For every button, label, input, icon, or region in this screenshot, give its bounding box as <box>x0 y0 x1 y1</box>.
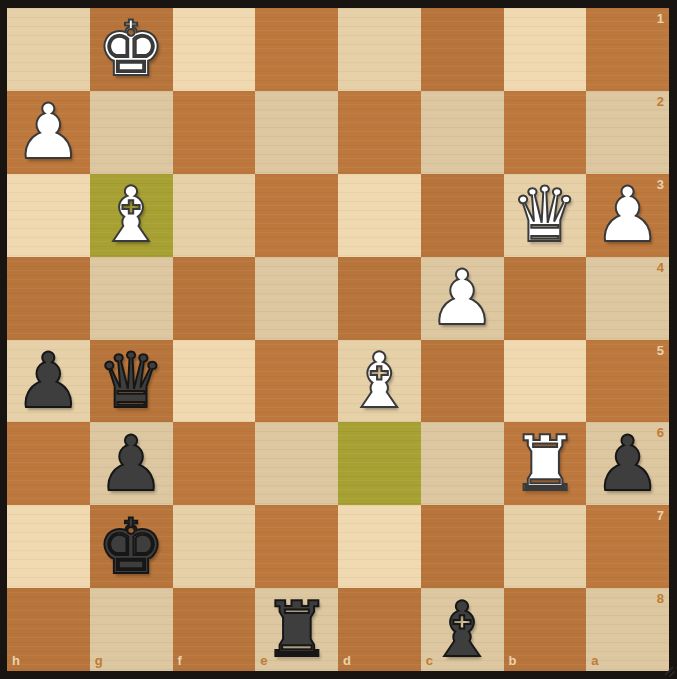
white-pawn[interactable]: ♟ <box>586 174 669 257</box>
square-d5[interactable]: ♝ <box>338 340 421 423</box>
white-bishop[interactable]: ♝ <box>338 340 421 423</box>
square-b2[interactable] <box>504 91 587 174</box>
square-e2[interactable] <box>255 91 338 174</box>
square-a2[interactable]: 2 <box>586 91 669 174</box>
square-c7[interactable] <box>421 505 504 588</box>
square-b5[interactable] <box>504 340 587 423</box>
square-c1[interactable] <box>421 8 504 91</box>
rank-label-8: 8 <box>657 591 664 606</box>
square-d6[interactable] <box>338 422 421 505</box>
square-e4[interactable] <box>255 257 338 340</box>
square-c2[interactable] <box>421 91 504 174</box>
board-resize-handle[interactable] <box>662 664 676 678</box>
square-g4[interactable] <box>90 257 173 340</box>
file-label-b: b <box>509 653 517 668</box>
black-king[interactable]: ♚ <box>90 505 173 588</box>
black-bishop[interactable]: ♝ <box>421 588 504 671</box>
file-label-g: g <box>95 653 103 668</box>
square-g8[interactable]: g <box>90 588 173 671</box>
square-h2[interactable]: ♟ <box>7 91 90 174</box>
square-c3[interactable] <box>421 174 504 257</box>
rank-label-1: 1 <box>657 11 664 26</box>
square-g1[interactable]: ♚ <box>90 8 173 91</box>
square-e5[interactable] <box>255 340 338 423</box>
square-c4[interactable]: ♟ <box>421 257 504 340</box>
white-bishop[interactable]: ♝ <box>90 174 173 257</box>
rank-label-4: 4 <box>657 260 664 275</box>
black-queen[interactable]: ♛ <box>90 340 173 423</box>
rank-label-2: 2 <box>657 94 664 109</box>
square-a3[interactable]: 3♟ <box>586 174 669 257</box>
rank-label-5: 5 <box>657 343 664 358</box>
square-d2[interactable] <box>338 91 421 174</box>
square-g7[interactable]: ♚ <box>90 505 173 588</box>
file-label-a: a <box>591 653 598 668</box>
square-f5[interactable] <box>173 340 256 423</box>
chess-board: ♚1♟2♝♛3♟♟4♟♛♝5♟♜6♟♚7hgfe♜dc♝b8a <box>7 8 669 671</box>
white-rook[interactable]: ♜ <box>504 422 587 505</box>
square-e7[interactable] <box>255 505 338 588</box>
square-d4[interactable] <box>338 257 421 340</box>
white-king[interactable]: ♚ <box>90 8 173 91</box>
square-e1[interactable] <box>255 8 338 91</box>
square-g2[interactable] <box>90 91 173 174</box>
square-e3[interactable] <box>255 174 338 257</box>
square-d1[interactable] <box>338 8 421 91</box>
square-h3[interactable] <box>7 174 90 257</box>
rank-label-7: 7 <box>657 508 664 523</box>
square-b7[interactable] <box>504 505 587 588</box>
square-f8[interactable]: f <box>173 588 256 671</box>
square-d3[interactable] <box>338 174 421 257</box>
square-c6[interactable] <box>421 422 504 505</box>
square-a4[interactable]: 4 <box>586 257 669 340</box>
square-b8[interactable]: b <box>504 588 587 671</box>
white-pawn[interactable]: ♟ <box>7 91 90 174</box>
square-a1[interactable]: 1 <box>586 8 669 91</box>
black-pawn[interactable]: ♟ <box>586 422 669 505</box>
square-a8[interactable]: 8a <box>586 588 669 671</box>
square-d8[interactable]: d <box>338 588 421 671</box>
square-b6[interactable]: ♜ <box>504 422 587 505</box>
square-d7[interactable] <box>338 505 421 588</box>
file-label-h: h <box>12 653 20 668</box>
square-a6[interactable]: 6♟ <box>586 422 669 505</box>
square-g6[interactable]: ♟ <box>90 422 173 505</box>
file-label-d: d <box>343 653 351 668</box>
square-c8[interactable]: c♝ <box>421 588 504 671</box>
black-rook[interactable]: ♜ <box>255 588 338 671</box>
square-h7[interactable] <box>7 505 90 588</box>
square-h8[interactable]: h <box>7 588 90 671</box>
square-f1[interactable] <box>173 8 256 91</box>
square-g5[interactable]: ♛ <box>90 340 173 423</box>
square-a5[interactable]: 5 <box>586 340 669 423</box>
square-b3[interactable]: ♛ <box>504 174 587 257</box>
white-pawn[interactable]: ♟ <box>421 257 504 340</box>
square-h4[interactable] <box>7 257 90 340</box>
square-b1[interactable] <box>504 8 587 91</box>
square-f4[interactable] <box>173 257 256 340</box>
square-e8[interactable]: e♜ <box>255 588 338 671</box>
square-h1[interactable] <box>7 8 90 91</box>
black-pawn[interactable]: ♟ <box>7 340 90 423</box>
square-h6[interactable] <box>7 422 90 505</box>
square-f2[interactable] <box>173 91 256 174</box>
square-g3[interactable]: ♝ <box>90 174 173 257</box>
square-f3[interactable] <box>173 174 256 257</box>
square-b4[interactable] <box>504 257 587 340</box>
black-pawn[interactable]: ♟ <box>90 422 173 505</box>
square-f6[interactable] <box>173 422 256 505</box>
file-label-f: f <box>178 653 182 668</box>
square-c5[interactable] <box>421 340 504 423</box>
square-a7[interactable]: 7 <box>586 505 669 588</box>
white-queen[interactable]: ♛ <box>504 174 587 257</box>
square-h5[interactable]: ♟ <box>7 340 90 423</box>
square-f7[interactable] <box>173 505 256 588</box>
chess-board-frame: ♚1♟2♝♛3♟♟4♟♛♝5♟♜6♟♚7hgfe♜dc♝b8a <box>0 0 677 679</box>
square-e6[interactable] <box>255 422 338 505</box>
